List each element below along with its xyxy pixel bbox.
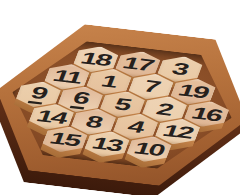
tile-number: 13: [89, 134, 124, 153]
tile-number: 15: [47, 130, 82, 149]
tile-grid: 18173111719965216148412151310: [0, 17, 240, 193]
puzzle-board: 18173111719965216148412151310: [0, 17, 240, 193]
product-photo-background: 18173111719965216148412151310: [0, 0, 240, 195]
tile-number: 10: [131, 139, 166, 158]
